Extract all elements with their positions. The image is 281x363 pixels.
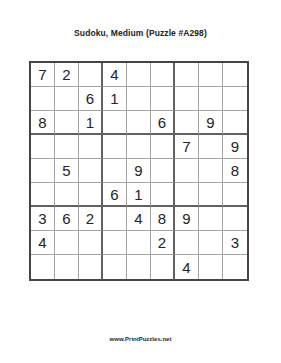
sudoku-cell-r1c4: 4 xyxy=(103,63,127,87)
sudoku-cell-r7c9 xyxy=(223,207,247,231)
sudoku-cell-r6c2 xyxy=(55,183,79,207)
sudoku-cell-r1c3 xyxy=(79,63,103,87)
sudoku-cell-r1c5 xyxy=(127,63,151,87)
sudoku-cell-r2c8 xyxy=(199,87,223,111)
sudoku-board: 72461816979598613624894234 xyxy=(29,61,249,281)
sudoku-cell-r2c7 xyxy=(175,87,199,111)
sudoku-cell-r3c1: 8 xyxy=(31,111,55,135)
sudoku-cell-r3c8: 9 xyxy=(199,111,223,135)
sudoku-cell-r2c6 xyxy=(151,87,175,111)
sudoku-cell-r8c4 xyxy=(103,231,127,255)
sudoku-cell-r9c4 xyxy=(103,255,127,279)
sudoku-cell-r4c7: 7 xyxy=(175,135,199,159)
sudoku-cell-r1c7 xyxy=(175,63,199,87)
sudoku-cell-r5c2: 5 xyxy=(55,159,79,183)
sudoku-cell-r8c8 xyxy=(199,231,223,255)
sudoku-cell-r4c3 xyxy=(79,135,103,159)
sudoku-cell-r1c9 xyxy=(223,63,247,87)
sudoku-cell-r1c2: 2 xyxy=(55,63,79,87)
sudoku-cell-r8c7 xyxy=(175,231,199,255)
sudoku-cell-r9c1 xyxy=(31,255,55,279)
sudoku-cell-r4c5 xyxy=(127,135,151,159)
sudoku-cell-r3c2 xyxy=(55,111,79,135)
sudoku-cell-r6c5: 1 xyxy=(127,183,151,207)
sudoku-cell-r3c9 xyxy=(223,111,247,135)
puzzle-title: Sudoku, Medium (Puzzle #A298) xyxy=(0,28,281,38)
sudoku-cell-r1c6 xyxy=(151,63,175,87)
sudoku-cell-r9c5 xyxy=(127,255,151,279)
sudoku-cell-r2c9 xyxy=(223,87,247,111)
sudoku-cell-r7c4 xyxy=(103,207,127,231)
sudoku-cell-r3c7 xyxy=(175,111,199,135)
sudoku-cell-r5c4 xyxy=(103,159,127,183)
sudoku-cell-r6c8 xyxy=(199,183,223,207)
sudoku-cell-r8c6: 2 xyxy=(151,231,175,255)
sudoku-cell-r7c7: 9 xyxy=(175,207,199,231)
sudoku-cell-r7c5: 4 xyxy=(127,207,151,231)
sudoku-cell-r6c4: 6 xyxy=(103,183,127,207)
sudoku-cell-r9c2 xyxy=(55,255,79,279)
sudoku-cell-r7c8 xyxy=(199,207,223,231)
sudoku-cell-r9c9 xyxy=(223,255,247,279)
sudoku-cell-r2c3: 6 xyxy=(79,87,103,111)
sudoku-cell-r7c1: 3 xyxy=(31,207,55,231)
sudoku-cell-r6c7 xyxy=(175,183,199,207)
sudoku-cell-r5c1 xyxy=(31,159,55,183)
sudoku-cell-r4c1 xyxy=(31,135,55,159)
sudoku-cell-r7c2: 6 xyxy=(55,207,79,231)
sudoku-cell-r2c4: 1 xyxy=(103,87,127,111)
sudoku-cell-r9c3 xyxy=(79,255,103,279)
sudoku-cell-r9c7: 4 xyxy=(175,255,199,279)
sudoku-cell-r3c5 xyxy=(127,111,151,135)
sudoku-cell-r5c5: 9 xyxy=(127,159,151,183)
sudoku-cell-r4c9: 9 xyxy=(223,135,247,159)
sudoku-cell-r3c4 xyxy=(103,111,127,135)
sudoku-cell-r8c3 xyxy=(79,231,103,255)
sudoku-cell-r7c6: 8 xyxy=(151,207,175,231)
sudoku-cell-r7c3: 2 xyxy=(79,207,103,231)
sudoku-cell-r9c6 xyxy=(151,255,175,279)
sudoku-cell-r5c3 xyxy=(79,159,103,183)
sudoku-cell-r1c1: 7 xyxy=(31,63,55,87)
sudoku-cell-r6c3 xyxy=(79,183,103,207)
sudoku-cell-r3c6: 6 xyxy=(151,111,175,135)
sudoku-cell-r2c2 xyxy=(55,87,79,111)
sudoku-cell-r4c8 xyxy=(199,135,223,159)
sudoku-cell-r1c8 xyxy=(199,63,223,87)
sudoku-cell-r4c2 xyxy=(55,135,79,159)
sudoku-cell-r8c5 xyxy=(127,231,151,255)
sudoku-cell-r4c6 xyxy=(151,135,175,159)
sudoku-cell-r6c9 xyxy=(223,183,247,207)
sudoku-cell-r5c6 xyxy=(151,159,175,183)
footer-url: www.PrintPuzzles.net xyxy=(0,336,281,342)
sudoku-cell-r3c3: 1 xyxy=(79,111,103,135)
sudoku-cell-r8c2 xyxy=(55,231,79,255)
sudoku-cell-r9c8 xyxy=(199,255,223,279)
sudoku-cell-r5c8 xyxy=(199,159,223,183)
sudoku-cell-r8c1: 4 xyxy=(31,231,55,255)
sudoku-cell-r2c1 xyxy=(31,87,55,111)
sudoku-cell-r6c1 xyxy=(31,183,55,207)
puzzle-page: Sudoku, Medium (Puzzle #A298) 7246181697… xyxy=(0,0,281,363)
sudoku-cell-r2c5 xyxy=(127,87,151,111)
sudoku-cell-r5c7 xyxy=(175,159,199,183)
sudoku-cell-r8c9: 3 xyxy=(223,231,247,255)
sudoku-cell-r6c6 xyxy=(151,183,175,207)
sudoku-cell-r5c9: 8 xyxy=(223,159,247,183)
sudoku-cell-r4c4 xyxy=(103,135,127,159)
